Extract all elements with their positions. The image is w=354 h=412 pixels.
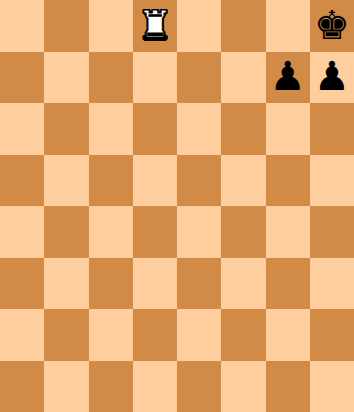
square-b2[interactable]	[44, 309, 88, 361]
square-e3[interactable]	[177, 258, 221, 310]
square-f5[interactable]	[221, 155, 265, 207]
square-g4[interactable]	[266, 206, 310, 258]
square-h6[interactable]	[310, 103, 354, 155]
square-d5[interactable]	[133, 155, 177, 207]
square-d8[interactable]: ♜	[133, 0, 177, 52]
square-b5[interactable]	[44, 155, 88, 207]
square-f3[interactable]	[221, 258, 265, 310]
square-h3[interactable]	[310, 258, 354, 310]
square-b7[interactable]	[44, 52, 88, 104]
square-e7[interactable]	[177, 52, 221, 104]
square-f1[interactable]	[221, 361, 265, 412]
square-d7[interactable]	[133, 52, 177, 104]
square-e5[interactable]	[177, 155, 221, 207]
square-e6[interactable]	[177, 103, 221, 155]
square-a2[interactable]	[0, 309, 44, 361]
square-h1[interactable]	[310, 361, 354, 412]
black-pawn[interactable]: ♟	[314, 56, 350, 96]
square-e4[interactable]	[177, 206, 221, 258]
chess-board: ♜♚♟♟	[0, 0, 354, 412]
square-a1[interactable]	[0, 361, 44, 412]
square-f4[interactable]	[221, 206, 265, 258]
square-h5[interactable]	[310, 155, 354, 207]
square-a3[interactable]	[0, 258, 44, 310]
square-h2[interactable]	[310, 309, 354, 361]
square-g3[interactable]	[266, 258, 310, 310]
square-f6[interactable]	[221, 103, 265, 155]
square-f7[interactable]	[221, 52, 265, 104]
square-c2[interactable]	[89, 309, 133, 361]
square-d1[interactable]	[133, 361, 177, 412]
square-g6[interactable]	[266, 103, 310, 155]
square-c7[interactable]	[89, 52, 133, 104]
square-c5[interactable]	[89, 155, 133, 207]
square-h4[interactable]	[310, 206, 354, 258]
square-a4[interactable]	[0, 206, 44, 258]
black-king[interactable]: ♚	[314, 5, 350, 45]
square-h7[interactable]: ♟	[310, 52, 354, 104]
square-a8[interactable]	[0, 0, 44, 52]
square-e2[interactable]	[177, 309, 221, 361]
square-b1[interactable]	[44, 361, 88, 412]
square-f8[interactable]	[221, 0, 265, 52]
square-f2[interactable]	[221, 309, 265, 361]
square-b8[interactable]	[44, 0, 88, 52]
square-g1[interactable]	[266, 361, 310, 412]
black-pawn[interactable]: ♟	[270, 56, 306, 96]
square-a7[interactable]	[0, 52, 44, 104]
white-rook[interactable]: ♜	[137, 5, 173, 45]
square-d3[interactable]	[133, 258, 177, 310]
square-b6[interactable]	[44, 103, 88, 155]
square-d4[interactable]	[133, 206, 177, 258]
square-g5[interactable]	[266, 155, 310, 207]
square-c8[interactable]	[89, 0, 133, 52]
square-g2[interactable]	[266, 309, 310, 361]
square-c1[interactable]	[89, 361, 133, 412]
square-e1[interactable]	[177, 361, 221, 412]
square-b4[interactable]	[44, 206, 88, 258]
square-g7[interactable]: ♟	[266, 52, 310, 104]
square-c3[interactable]	[89, 258, 133, 310]
square-c4[interactable]	[89, 206, 133, 258]
square-c6[interactable]	[89, 103, 133, 155]
square-g8[interactable]	[266, 0, 310, 52]
square-a6[interactable]	[0, 103, 44, 155]
square-b3[interactable]	[44, 258, 88, 310]
square-e8[interactable]	[177, 0, 221, 52]
square-d2[interactable]	[133, 309, 177, 361]
square-d6[interactable]	[133, 103, 177, 155]
square-a5[interactable]	[0, 155, 44, 207]
square-h8[interactable]: ♚	[310, 0, 354, 52]
